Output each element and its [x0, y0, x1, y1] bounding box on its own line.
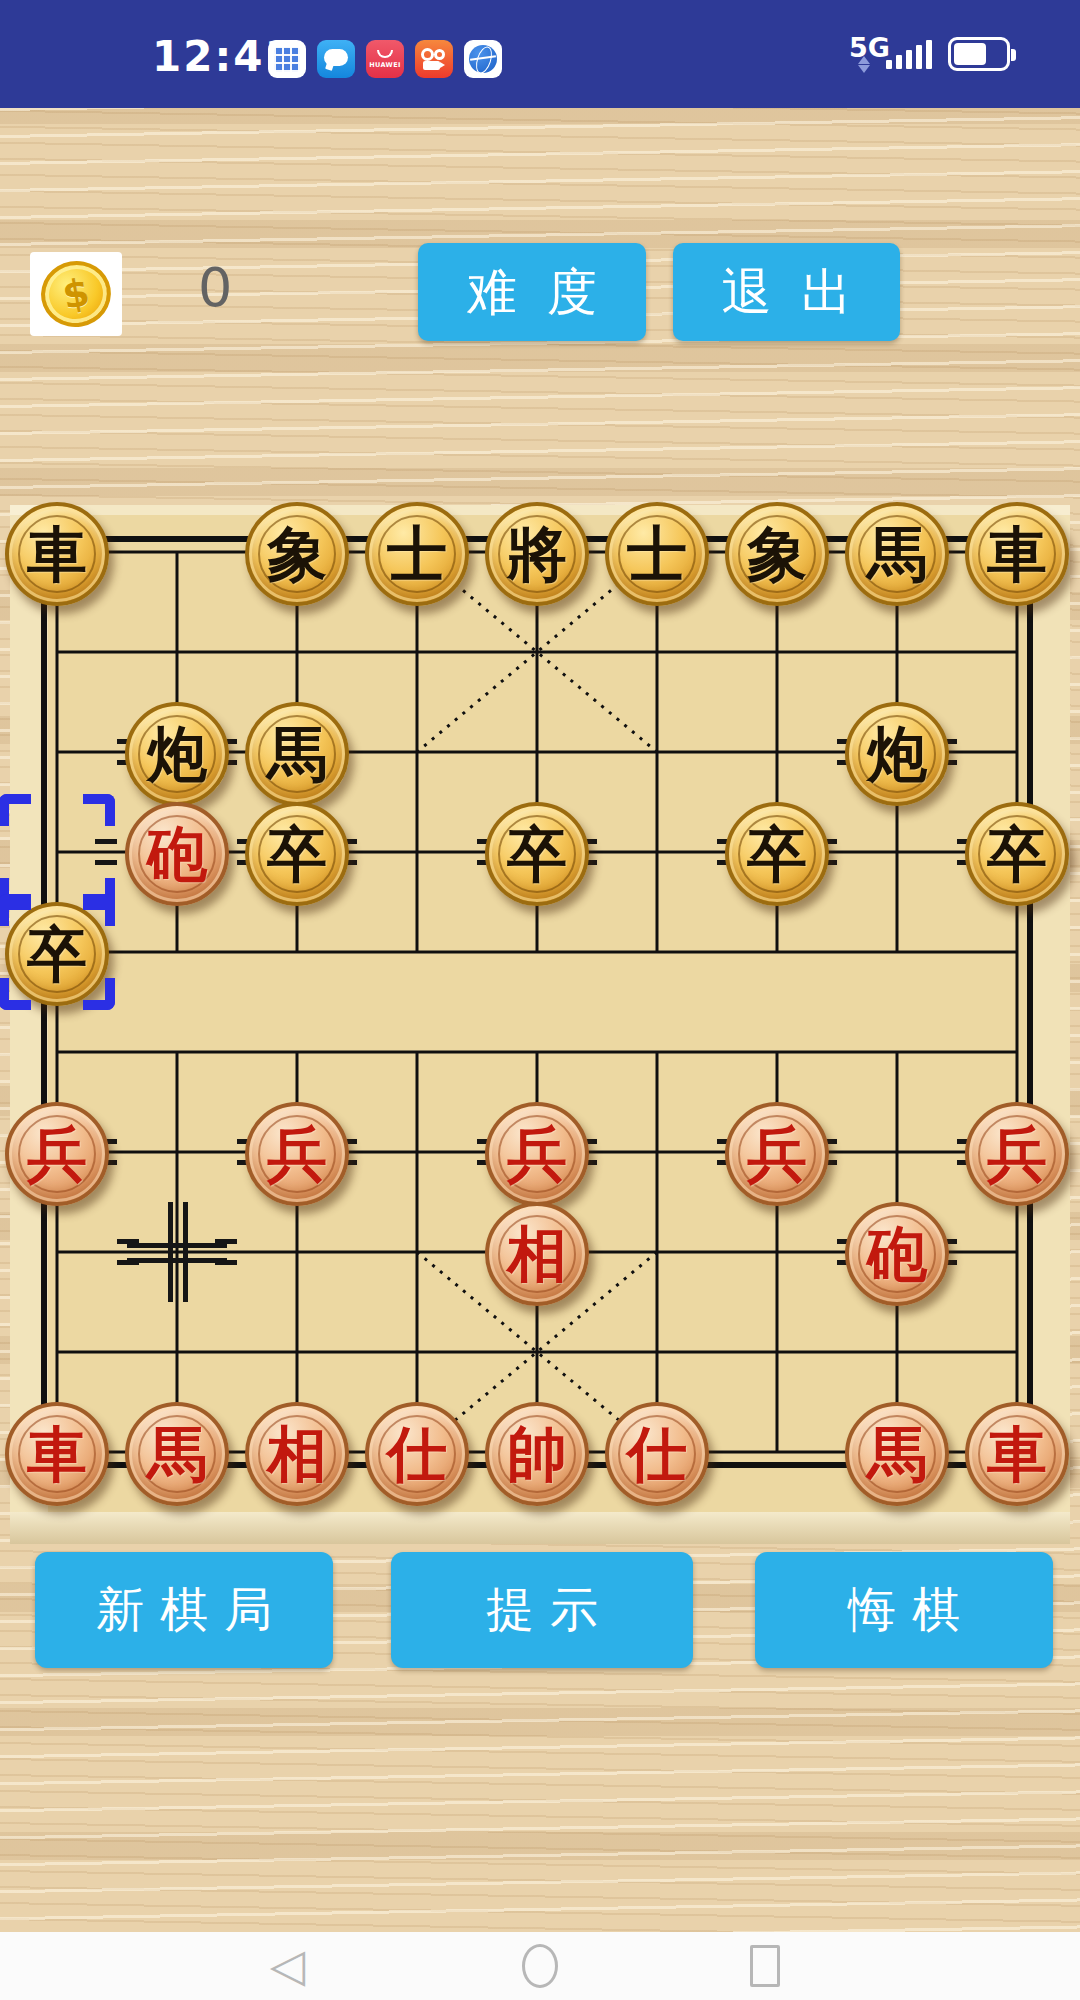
piece-red-elephant[interactable]: 相 [245, 1402, 349, 1506]
xiangqi-board[interactable]: 車象士將士象馬車炮馬炮砲卒卒卒卒卒兵兵兵兵兵相砲車馬相仕帥仕馬車 [10, 505, 1070, 1512]
piece-glyph: 兵 [27, 1124, 87, 1184]
piece-glyph: 象 [747, 524, 807, 584]
piece-black-horse[interactable]: 馬 [245, 702, 349, 806]
coin-icon: $ [36, 255, 116, 332]
network-type: 5G [849, 34, 890, 61]
exit-button[interactable]: 退出 [673, 243, 900, 341]
messages-icon [317, 40, 355, 78]
piece-glyph: 卒 [27, 924, 87, 984]
piece-black-elephant[interactable]: 象 [245, 502, 349, 606]
piece-red-advisor[interactable]: 仕 [605, 1402, 709, 1506]
piece-glyph: 兵 [267, 1124, 327, 1184]
coin-box: $ [30, 252, 122, 336]
piece-red-advisor[interactable]: 仕 [365, 1402, 469, 1506]
new-game-button[interactable]: 新棋局 [35, 1552, 333, 1668]
piece-glyph: 炮 [147, 724, 207, 784]
piece-black-general[interactable]: 將 [485, 502, 589, 606]
piece-black-soldier[interactable]: 卒 [245, 802, 349, 906]
piece-black-soldier[interactable]: 卒 [485, 802, 589, 906]
piece-glyph: 士 [627, 524, 687, 584]
piece-glyph: 砲 [867, 1224, 927, 1284]
piece-glyph: 帥 [507, 1424, 567, 1484]
undo-button[interactable]: 悔棋 [755, 1552, 1053, 1668]
piece-glyph: 兵 [507, 1124, 567, 1184]
piece-black-cannon[interactable]: 炮 [125, 702, 229, 806]
piece-red-soldier[interactable]: 兵 [245, 1102, 349, 1206]
piece-glyph: 相 [507, 1224, 567, 1284]
piece-glyph: 車 [27, 524, 87, 584]
piece-glyph: 相 [267, 1424, 327, 1484]
piece-red-chariot[interactable]: 車 [5, 1402, 109, 1506]
piece-black-chariot[interactable]: 車 [5, 502, 109, 606]
piece-black-advisor[interactable]: 士 [605, 502, 709, 606]
piece-glyph: 馬 [147, 1424, 207, 1484]
status-bar: 12:41 HUAWEI 5G [0, 0, 1080, 108]
android-nav-bar: ◁ [0, 1932, 1080, 2000]
piece-glyph: 士 [387, 524, 447, 584]
coin-count: 0 [198, 256, 232, 319]
hint-button[interactable]: 提示 [391, 1552, 693, 1668]
piece-glyph: 車 [987, 1424, 1047, 1484]
piece-glyph: 炮 [867, 724, 927, 784]
piece-glyph: 馬 [267, 724, 327, 784]
browser-icon [464, 40, 502, 78]
back-icon[interactable]: ◁ [270, 1938, 305, 1992]
piece-glyph: 卒 [267, 824, 327, 884]
piece-glyph: 卒 [747, 824, 807, 884]
video-app-icon [415, 40, 453, 78]
piece-red-general[interactable]: 帥 [485, 1402, 589, 1506]
home-icon[interactable] [522, 1944, 558, 1988]
piece-red-soldier[interactable]: 兵 [485, 1102, 589, 1206]
piece-glyph: 仕 [387, 1424, 447, 1484]
piece-glyph: 兵 [747, 1124, 807, 1184]
pieces-layer: 車象士將士象馬車炮馬炮砲卒卒卒卒卒兵兵兵兵兵相砲車馬相仕帥仕馬車 [0, 502, 1077, 1502]
notification-icons: HUAWEI [268, 40, 502, 78]
piece-red-cannon[interactable]: 砲 [125, 802, 229, 906]
piece-red-chariot[interactable]: 車 [965, 1402, 1069, 1506]
piece-glyph: 將 [507, 524, 567, 584]
app-screen: 12:41 HUAWEI 5G $ 0 难度 退出 [0, 0, 1080, 2000]
difficulty-button[interactable]: 难度 [418, 243, 646, 341]
piece-glyph: 車 [27, 1424, 87, 1484]
piece-glyph: 卒 [987, 824, 1047, 884]
piece-red-elephant[interactable]: 相 [485, 1202, 589, 1306]
piece-black-horse[interactable]: 馬 [845, 502, 949, 606]
piece-glyph: 車 [987, 524, 1047, 584]
recents-icon[interactable] [750, 1945, 780, 1987]
piece-red-soldier[interactable]: 兵 [725, 1102, 829, 1206]
piece-black-soldier[interactable]: 卒 [965, 802, 1069, 906]
piece-black-soldier[interactable]: 卒 [5, 902, 109, 1006]
piece-glyph: 卒 [507, 824, 567, 884]
piece-glyph: 砲 [147, 824, 207, 884]
piece-glyph: 馬 [867, 1424, 927, 1484]
board-bottom-edge [10, 1512, 1070, 1544]
piece-red-soldier[interactable]: 兵 [5, 1102, 109, 1206]
piece-glyph: 象 [267, 524, 327, 584]
piece-black-advisor[interactable]: 士 [365, 502, 469, 606]
piece-red-horse[interactable]: 馬 [845, 1402, 949, 1506]
signal-icon [886, 39, 932, 69]
piece-black-cannon[interactable]: 炮 [845, 702, 949, 806]
status-right: 5G [849, 0, 1010, 108]
huawei-appgallery-icon: HUAWEI [366, 40, 404, 78]
piece-glyph: 仕 [627, 1424, 687, 1484]
calendar-icon [268, 40, 306, 78]
battery-icon [948, 37, 1010, 71]
piece-red-horse[interactable]: 馬 [125, 1402, 229, 1506]
piece-red-soldier[interactable]: 兵 [965, 1102, 1069, 1206]
piece-glyph: 兵 [987, 1124, 1047, 1184]
piece-red-cannon[interactable]: 砲 [845, 1202, 949, 1306]
piece-black-soldier[interactable]: 卒 [725, 802, 829, 906]
piece-black-elephant[interactable]: 象 [725, 502, 829, 606]
piece-black-chariot[interactable]: 車 [965, 502, 1069, 606]
piece-glyph: 馬 [867, 524, 927, 584]
